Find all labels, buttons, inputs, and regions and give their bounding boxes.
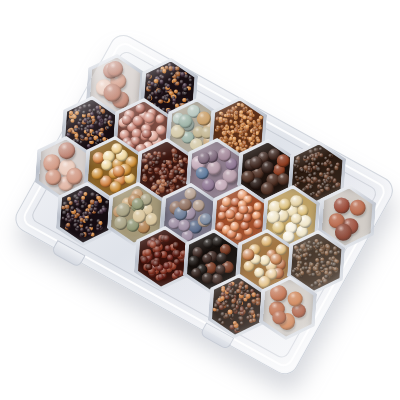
bead <box>277 154 291 168</box>
bead <box>174 170 179 175</box>
bead <box>100 133 104 137</box>
bead <box>219 119 223 123</box>
bead <box>300 271 304 275</box>
bead <box>100 127 104 131</box>
bead <box>296 263 300 267</box>
bead <box>154 167 159 172</box>
bead <box>319 147 323 151</box>
bead <box>326 159 330 163</box>
bead <box>183 87 188 92</box>
bead <box>99 209 104 214</box>
bead <box>85 218 90 223</box>
bead <box>261 236 273 248</box>
bead <box>308 246 312 250</box>
bead <box>69 111 73 115</box>
bead <box>162 69 167 74</box>
bead <box>179 163 184 168</box>
bead <box>75 196 80 201</box>
bead <box>334 223 352 241</box>
bead <box>239 142 243 146</box>
bead <box>89 223 93 227</box>
bead <box>157 89 162 94</box>
bead <box>252 299 257 304</box>
bead <box>148 168 153 173</box>
bead <box>295 160 299 164</box>
bead <box>152 260 159 267</box>
bead <box>91 193 96 198</box>
bead <box>174 154 179 159</box>
bead <box>313 157 317 161</box>
bead <box>146 73 151 78</box>
bead <box>116 203 130 217</box>
bead <box>251 292 256 297</box>
bead <box>156 180 161 185</box>
bead <box>178 219 190 231</box>
bead <box>253 219 263 229</box>
bead <box>163 235 170 242</box>
bead <box>215 264 226 275</box>
bead <box>239 130 243 134</box>
bead <box>331 256 335 260</box>
bead <box>110 120 115 125</box>
bead <box>230 222 240 232</box>
bead <box>330 170 335 175</box>
bead <box>255 132 259 136</box>
bead <box>308 185 313 190</box>
bead <box>244 285 248 289</box>
bead <box>81 204 85 208</box>
bead <box>317 253 321 257</box>
bead <box>94 201 98 205</box>
bead <box>159 80 164 85</box>
bead <box>333 197 350 214</box>
bead <box>326 260 330 264</box>
bead <box>229 120 233 124</box>
bead <box>81 196 85 200</box>
bead <box>323 279 327 283</box>
bead <box>183 91 188 96</box>
bead <box>270 285 287 302</box>
bead <box>214 304 219 309</box>
bead <box>78 118 82 122</box>
bead <box>149 155 153 159</box>
bead <box>319 248 324 253</box>
bead <box>78 190 83 195</box>
bead <box>202 273 213 284</box>
bead <box>252 121 256 125</box>
bead <box>177 92 182 97</box>
bead <box>147 96 152 101</box>
bead <box>326 245 330 249</box>
bead <box>171 148 176 153</box>
bead <box>154 96 158 100</box>
bead <box>143 175 148 180</box>
bead <box>247 303 252 308</box>
bead <box>240 321 244 325</box>
bead <box>230 109 234 113</box>
bead <box>218 318 223 323</box>
bead <box>246 294 251 299</box>
scene <box>0 0 400 400</box>
bead <box>333 251 338 256</box>
bead <box>239 120 243 124</box>
bead <box>240 312 244 316</box>
bead <box>277 173 290 186</box>
bead <box>225 124 229 128</box>
bead <box>332 185 337 190</box>
bead <box>239 316 244 321</box>
bead <box>255 293 259 297</box>
bead <box>88 103 92 107</box>
bead <box>225 295 230 300</box>
bead <box>82 200 86 204</box>
bead <box>145 212 159 226</box>
bead <box>230 294 234 298</box>
bead <box>248 137 252 141</box>
bead <box>235 147 239 151</box>
bead <box>173 242 180 249</box>
bead <box>74 133 79 138</box>
bead <box>112 165 124 177</box>
bead <box>304 257 309 262</box>
bead <box>216 127 220 131</box>
bead <box>106 126 110 130</box>
bead <box>149 177 154 182</box>
bead <box>66 223 70 227</box>
bead <box>156 156 160 160</box>
bead <box>190 267 201 278</box>
bead <box>167 254 173 260</box>
bead <box>169 91 173 95</box>
bead <box>103 121 107 125</box>
bead <box>178 114 193 129</box>
bead <box>175 67 179 71</box>
bead <box>233 137 237 141</box>
bead <box>220 296 225 301</box>
bead <box>307 270 312 275</box>
bead <box>319 153 324 158</box>
bead <box>132 116 143 127</box>
bead <box>332 262 337 267</box>
bead <box>253 202 262 211</box>
bead <box>220 125 224 129</box>
bead <box>228 309 233 314</box>
bead <box>312 165 316 169</box>
bead <box>316 167 321 172</box>
bead <box>83 192 87 196</box>
bead <box>180 72 185 77</box>
bead <box>334 166 338 170</box>
bead <box>231 304 236 309</box>
bead <box>325 186 330 191</box>
bead <box>83 104 88 109</box>
bead <box>199 213 212 226</box>
bead <box>169 172 174 177</box>
bead <box>250 142 254 146</box>
bead <box>317 190 322 195</box>
bead <box>349 199 366 216</box>
bead <box>335 162 339 166</box>
bead <box>148 85 152 89</box>
bead <box>302 253 307 258</box>
bead <box>224 136 228 140</box>
bead <box>214 179 228 193</box>
bead <box>172 98 177 103</box>
bead <box>303 155 307 159</box>
bead <box>84 137 88 141</box>
bead <box>224 314 229 319</box>
bead <box>71 118 75 122</box>
bead <box>162 151 167 156</box>
bead <box>57 142 75 160</box>
bead <box>261 182 274 195</box>
bead <box>329 163 334 168</box>
bead <box>296 182 300 186</box>
bead <box>97 115 102 120</box>
bead <box>166 84 171 89</box>
bead <box>245 124 249 128</box>
bead <box>328 271 333 276</box>
bead <box>173 259 180 266</box>
bead <box>221 197 231 207</box>
bead <box>220 113 224 117</box>
bead <box>66 167 84 185</box>
bead <box>313 177 318 182</box>
bead <box>86 144 90 148</box>
bead <box>308 253 312 257</box>
bead <box>143 158 148 163</box>
bead <box>66 196 71 201</box>
bead <box>256 138 260 142</box>
bead <box>89 218 94 223</box>
bead <box>75 111 79 115</box>
bead <box>74 128 79 133</box>
bead <box>314 281 319 286</box>
bead <box>158 99 163 104</box>
bead <box>161 76 165 80</box>
bead <box>307 167 311 171</box>
bead <box>316 162 320 166</box>
bead <box>239 281 244 286</box>
bead <box>172 78 176 82</box>
bead <box>300 244 305 249</box>
bead <box>201 178 215 192</box>
bead <box>257 119 261 123</box>
bead <box>155 124 166 135</box>
bead <box>155 114 166 125</box>
bead <box>242 249 254 261</box>
bead <box>189 78 193 82</box>
bead <box>226 304 231 309</box>
bead <box>166 189 171 194</box>
